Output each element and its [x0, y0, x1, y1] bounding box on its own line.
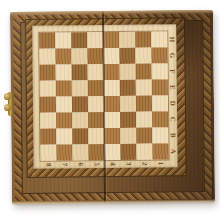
rank-label-A: A	[165, 147, 181, 156]
file-label-5: 5	[93, 156, 101, 172]
square-D3	[120, 96, 136, 112]
file-label-1: 1	[157, 155, 165, 171]
square-D7	[56, 96, 72, 112]
square-C8	[40, 113, 56, 129]
square-B2	[136, 128, 152, 144]
file-label-3: 3	[125, 156, 133, 172]
square-G4	[103, 48, 119, 64]
square-B6	[72, 128, 88, 144]
file-label-8: 8	[45, 157, 53, 173]
square-G7	[55, 48, 71, 64]
square-D6	[72, 96, 88, 112]
rank-label-G: G	[164, 51, 180, 60]
square-D2	[136, 96, 152, 112]
file-label-6: 6	[77, 156, 85, 172]
square-C6	[72, 112, 88, 128]
rank-label-D: D	[164, 99, 180, 108]
square-F8	[40, 65, 56, 81]
square-C4	[104, 112, 120, 128]
square-H8	[39, 33, 55, 49]
square-F7	[56, 64, 72, 80]
clasp-knob	[4, 104, 11, 111]
square-E2	[136, 80, 152, 96]
square-B8	[40, 129, 56, 145]
square-D8	[40, 97, 56, 113]
square-F3	[120, 64, 136, 80]
file-label-2: 2	[141, 156, 149, 172]
square-C2	[136, 112, 152, 128]
square-B7	[56, 128, 72, 144]
square-C3	[120, 112, 136, 128]
square-E6	[72, 80, 88, 96]
square-E7	[56, 80, 72, 96]
file-label-7: 7	[61, 156, 69, 172]
chess-box: HGFEDCBA 87654321	[10, 10, 215, 204]
square-E4	[104, 80, 120, 96]
file-label-4: 4	[109, 156, 117, 172]
square-F2	[136, 64, 152, 80]
square-H7	[55, 32, 71, 48]
square-D4	[104, 96, 120, 112]
square-F4	[104, 64, 120, 80]
square-B5	[88, 128, 104, 144]
rank-label-C: C	[165, 115, 181, 124]
square-G8	[39, 49, 55, 65]
square-G5	[87, 48, 103, 64]
square-H5	[87, 32, 103, 48]
square-C7	[56, 112, 72, 128]
rank-label-F: F	[164, 67, 180, 76]
rank-label-H: H	[164, 35, 180, 44]
square-F5	[88, 64, 104, 80]
square-H6	[71, 32, 87, 48]
square-E3	[120, 80, 136, 96]
square-E8	[40, 81, 56, 97]
square-G3	[119, 48, 135, 64]
rank-label-B: B	[165, 131, 181, 140]
square-F6	[72, 64, 88, 80]
rank-label-E: E	[164, 83, 180, 92]
square-D5	[88, 96, 104, 112]
square-B3	[120, 128, 136, 144]
photo-background: HGFEDCBA 87654321	[0, 0, 220, 220]
square-C5	[88, 112, 104, 128]
clasp-knob	[4, 93, 11, 100]
square-E5	[88, 80, 104, 96]
square-H2	[135, 32, 151, 48]
rank-labels: HGFEDCBA	[167, 31, 177, 159]
brass-clasp	[4, 91, 14, 117]
square-H4	[103, 32, 119, 48]
square-B4	[104, 128, 120, 144]
square-H3	[119, 32, 135, 48]
square-G6	[71, 48, 87, 64]
square-G2	[135, 48, 151, 64]
